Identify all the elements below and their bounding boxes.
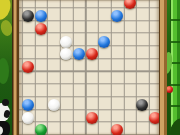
bamboo-stalk-icon — [170, 0, 180, 135]
ball-blue[interactable] — [35, 10, 47, 22]
board-frame-right — [159, 0, 168, 135]
ball-green[interactable] — [35, 124, 47, 135]
ball-blue[interactable] — [22, 99, 34, 111]
ball-red[interactable] — [22, 61, 34, 73]
ball-blue[interactable] — [111, 10, 123, 22]
ball-red[interactable] — [149, 112, 158, 124]
jungle-background-right — [167, 0, 180, 135]
ball-white[interactable] — [48, 99, 60, 111]
ball-red[interactable] — [111, 124, 123, 135]
ball-red[interactable] — [35, 23, 47, 35]
ball-blue[interactable] — [98, 36, 110, 48]
panda-ear-icon — [2, 99, 9, 106]
ball-red[interactable] — [86, 48, 98, 60]
ball-black[interactable] — [136, 99, 148, 111]
leaf-icon — [0, 58, 9, 84]
ball-black[interactable] — [22, 10, 34, 22]
ball-white[interactable] — [60, 36, 72, 48]
ball-blue[interactable] — [73, 48, 85, 60]
ball-red[interactable] — [86, 112, 98, 124]
panda-eye-icon — [3, 109, 11, 118]
ball-red[interactable] — [124, 0, 136, 9]
ball-white[interactable] — [22, 112, 34, 124]
ball-white[interactable] — [60, 48, 72, 60]
game-board[interactable] — [19, 0, 159, 135]
game-screen: Color Lines / Five-in-a-row ball board (… — [0, 0, 180, 135]
